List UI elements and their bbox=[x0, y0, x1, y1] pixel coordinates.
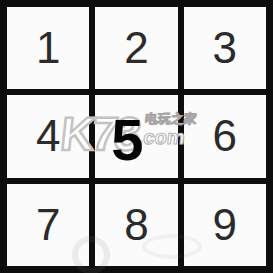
cell-value: 2 bbox=[124, 26, 148, 70]
cell-value: 5 bbox=[111, 111, 143, 169]
cell-value: 9 bbox=[213, 203, 237, 247]
cell-r1c0[interactable]: 4 bbox=[7, 95, 89, 177]
cell-r0c1[interactable]: 2 bbox=[95, 7, 177, 89]
cell-value: 4 bbox=[36, 114, 60, 158]
cell-r0c2[interactable]: 3 bbox=[184, 7, 266, 89]
cell-value: 6 bbox=[213, 114, 237, 158]
cell-value: 7 bbox=[36, 203, 60, 247]
puzzle-board: 1 2 3 4 5 6 7 8 9 K73 电玩之家 .com bbox=[0, 0, 273, 273]
faint-watermark-shape bbox=[72, 236, 110, 273]
faint-watermark-shape bbox=[142, 234, 202, 259]
cell-value: 1 bbox=[36, 26, 60, 70]
cell-r1c2[interactable]: 6 bbox=[184, 95, 266, 177]
cell-value: 3 bbox=[213, 26, 237, 70]
cell-r0c0[interactable]: 1 bbox=[7, 7, 89, 89]
cell-r1c1[interactable]: 5 bbox=[95, 95, 177, 177]
